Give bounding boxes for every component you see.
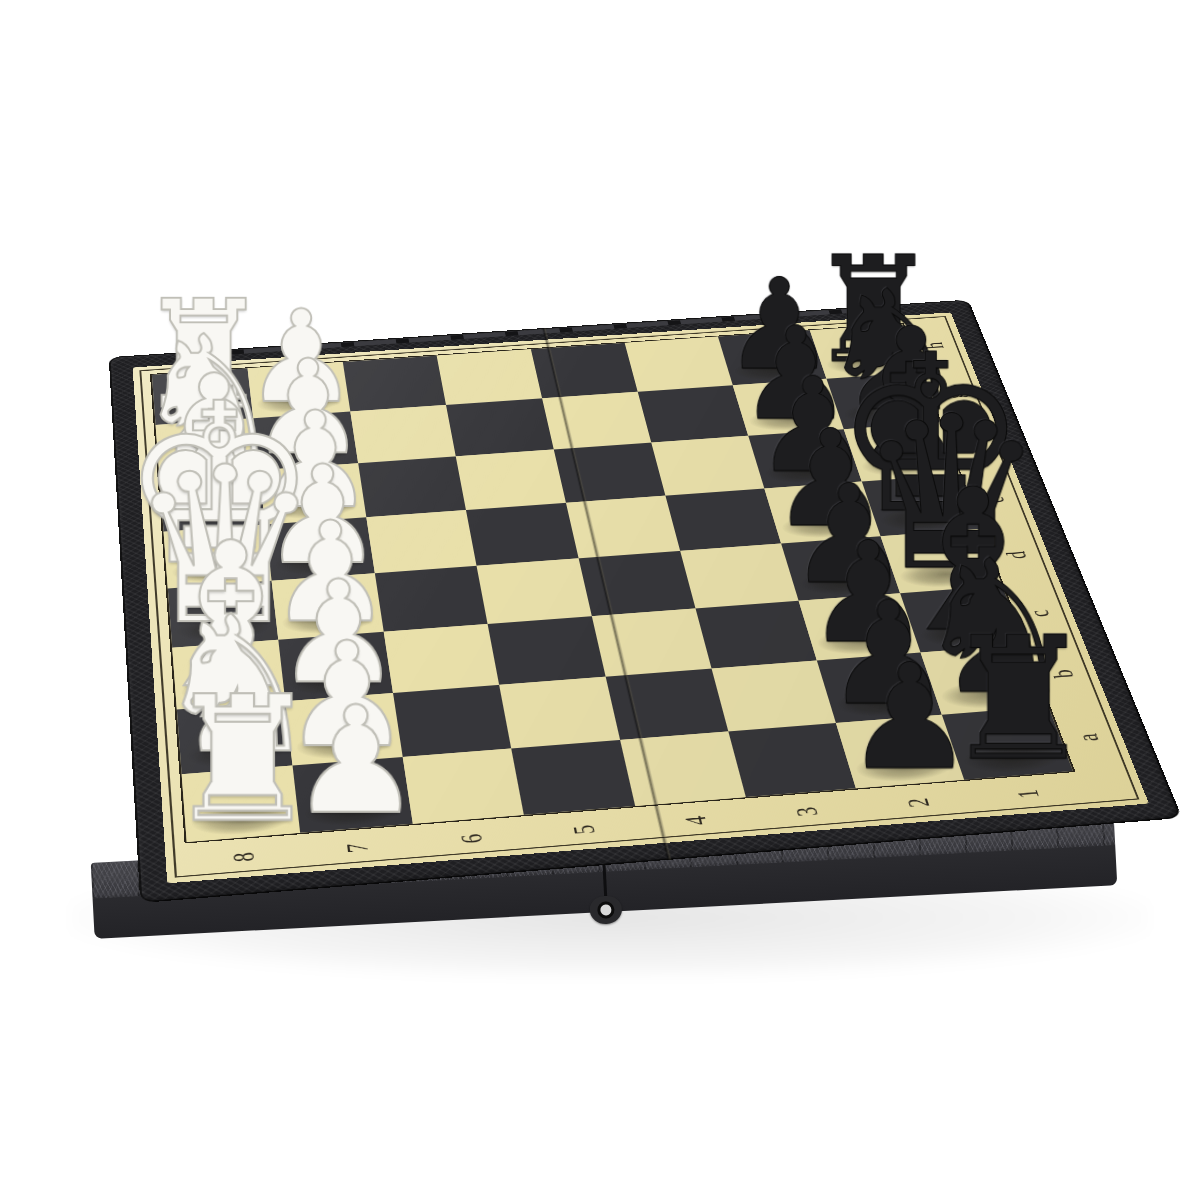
square-g3: [637, 385, 747, 442]
square-c4: [592, 609, 711, 677]
square-a3: [728, 723, 855, 797]
board-surface: ♜♟♟♜♞♟♟♞♝♟♟♝♚♟♟♚♛♟♟♛♝♟♟♝♞♟♟♞♜♟♟♜ 8765432…: [133, 312, 1149, 883]
square-d5: [477, 558, 592, 624]
square-b4: [606, 669, 728, 740]
board-frame: ♜♟♟♜♞♟♟♞♝♟♟♝♚♟♟♚♛♟♟♛♝♟♟♝♞♟♟♞♜♟♟♜ 8765432…: [109, 300, 1183, 903]
square-b5: [499, 677, 620, 749]
square-a5: [511, 740, 635, 815]
square-a2: ♟: [835, 715, 964, 789]
square-d3: [680, 544, 798, 609]
piece-black-pawn: ♟: [844, 654, 975, 782]
square-b3: [711, 661, 835, 732]
chess-board: ♜♟♟♜♞♟♟♞♝♟♟♝♚♟♟♚♛♟♟♛♝♟♟♝♞♟♟♞♜♟♟♜ 8765432…: [109, 300, 1183, 903]
squares-grid: ♜♟♟♜♞♟♟♞♝♟♟♝♚♟♟♚♛♟♟♛♝♟♟♝♞♟♟♞♜♟♟♜: [150, 323, 1076, 843]
piece-white-rook: ♜: [165, 683, 321, 836]
square-f3: [651, 436, 764, 496]
square-h5: [437, 349, 542, 405]
square-h3: [624, 337, 732, 392]
square-c5: [488, 616, 606, 685]
square-g5: [446, 398, 554, 456]
product-photo: ♜♟♟♜♞♟♟♞♝♟♟♝♚♟♟♚♛♟♟♛♝♟♟♝♞♟♟♞♜♟♟♜ 8765432…: [0, 0, 1200, 1200]
square-f5: [456, 450, 566, 510]
square-e3: [665, 489, 780, 551]
square-e5: [466, 503, 578, 566]
square-a8: ♜: [182, 766, 300, 842]
square-e4: [566, 496, 680, 559]
square-c3: [695, 601, 816, 669]
